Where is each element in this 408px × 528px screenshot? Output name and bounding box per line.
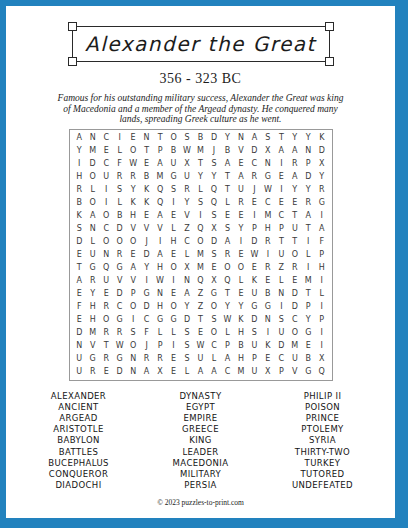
grid-cell: G bbox=[261, 300, 274, 313]
grid-cell: L bbox=[86, 183, 99, 196]
word-item: THIRTY-TWO bbox=[262, 447, 384, 458]
grid-cell: B bbox=[261, 287, 274, 300]
grid-cell: U bbox=[86, 248, 99, 261]
grid-cell: I bbox=[99, 196, 112, 209]
grid-cell: R bbox=[180, 183, 193, 196]
grid-cell: S bbox=[73, 222, 86, 235]
grid-cell: D bbox=[248, 235, 261, 248]
grid-cell: P bbox=[302, 157, 315, 170]
grid-cell: M bbox=[261, 209, 274, 222]
grid-cell: O bbox=[126, 144, 139, 157]
grid-cell: V bbox=[140, 222, 153, 235]
grid-cell: B bbox=[234, 339, 247, 352]
grid-cell: P bbox=[153, 144, 166, 157]
grid-cell: E bbox=[288, 196, 301, 209]
grid-cell: Q bbox=[207, 183, 220, 196]
grid-cell: O bbox=[167, 300, 180, 313]
grid-cell: H bbox=[234, 326, 247, 339]
grid-cell: D bbox=[86, 157, 99, 170]
grid-cell: H bbox=[167, 235, 180, 248]
grid-cell: R bbox=[86, 365, 99, 378]
subtitle-dates: 356 - 323 BC bbox=[6, 71, 395, 87]
grid-cell: B bbox=[302, 352, 315, 365]
grid-cell: A bbox=[73, 132, 86, 145]
word-item: GREECE bbox=[140, 424, 262, 435]
grid-cell: O bbox=[99, 209, 112, 222]
grid-cell: O bbox=[86, 170, 99, 183]
grid-cell: L bbox=[180, 365, 193, 378]
grid-cell: A bbox=[180, 287, 193, 300]
grid-cell: S bbox=[113, 183, 126, 196]
grid-cell: W bbox=[113, 339, 126, 352]
grid-cell: Q bbox=[221, 274, 234, 287]
grid-cell: I bbox=[153, 235, 166, 248]
grid-cell: A bbox=[73, 274, 86, 287]
grid-cell: L bbox=[221, 196, 234, 209]
word-item: ARGEAD bbox=[18, 413, 140, 424]
word-item: PRINCE bbox=[262, 413, 384, 424]
grid-cell: E bbox=[73, 287, 86, 300]
grid-cell: B bbox=[113, 209, 126, 222]
grid-cell: I bbox=[302, 261, 315, 274]
description-line-2: of Macedonia and a member of the Argead … bbox=[6, 104, 395, 115]
grid-cell: U bbox=[248, 365, 261, 378]
grid-cell: C bbox=[261, 196, 274, 209]
grid-cell: X bbox=[315, 352, 328, 365]
grid-cell: A bbox=[315, 222, 328, 235]
grid-cell: R bbox=[140, 352, 153, 365]
grid-cell: U bbox=[73, 365, 86, 378]
grid-cell: V bbox=[126, 274, 139, 287]
grid-cell: P bbox=[275, 365, 288, 378]
grid-cell: T bbox=[221, 170, 234, 183]
grid-cell: A bbox=[302, 209, 315, 222]
grid-cell: E bbox=[234, 248, 247, 261]
grid-cell: A bbox=[153, 248, 166, 261]
word-item: POISON bbox=[262, 402, 384, 413]
grid-cell: E bbox=[167, 365, 180, 378]
grid-cell: E bbox=[126, 132, 139, 145]
grid-cell: I bbox=[248, 209, 261, 222]
grid-cell: M bbox=[302, 274, 315, 287]
grid-cell: E bbox=[275, 170, 288, 183]
grid-cell: I bbox=[73, 157, 86, 170]
grid-cell: E bbox=[140, 209, 153, 222]
grid-cell: O bbox=[99, 313, 112, 326]
grid-cell: Y bbox=[234, 222, 247, 235]
grid-cell: S bbox=[275, 313, 288, 326]
grid-cell: W bbox=[221, 313, 234, 326]
grid-cell: G bbox=[113, 352, 126, 365]
grid-cell: F bbox=[73, 300, 86, 313]
grid-cell: P bbox=[302, 300, 315, 313]
grid-cell: A bbox=[221, 157, 234, 170]
grid-cell: V bbox=[86, 339, 99, 352]
grid-cell: R bbox=[261, 235, 274, 248]
grid-cell: G bbox=[153, 313, 166, 326]
corner-ornament-bottom-right bbox=[325, 57, 334, 66]
grid-cell: N bbox=[302, 144, 315, 157]
corner-ornament-bottom-left bbox=[68, 57, 77, 66]
grid-cell: H bbox=[261, 222, 274, 235]
grid-cell: G bbox=[261, 170, 274, 183]
grid-cell: I bbox=[234, 235, 247, 248]
grid-cell: E bbox=[261, 274, 274, 287]
grid-cell: H bbox=[153, 300, 166, 313]
grid-cell: I bbox=[315, 339, 328, 352]
grid-cell: R bbox=[302, 196, 315, 209]
grid-cell: S bbox=[180, 339, 193, 352]
grid-cell: E bbox=[194, 326, 207, 339]
grid-cell: G bbox=[315, 196, 328, 209]
grid-cell: O bbox=[167, 132, 180, 145]
grid-cell: D bbox=[113, 287, 126, 300]
grid-cell: A bbox=[207, 365, 220, 378]
grid-cell: J bbox=[140, 339, 153, 352]
word-item: SYRIA bbox=[262, 435, 384, 446]
grid-cell: L bbox=[302, 248, 315, 261]
grid-cell: B bbox=[140, 170, 153, 183]
grid-cell: I bbox=[261, 248, 274, 261]
grid-cell: Y bbox=[194, 170, 207, 183]
grid-cell: Y bbox=[180, 300, 193, 313]
word-item: MACEDONIA bbox=[140, 458, 262, 469]
grid-cell: A bbox=[86, 209, 99, 222]
word-list: ALEXANDERANCIENTARGEADARISTOTLEBABYLONBA… bbox=[18, 391, 384, 492]
grid-cell: O bbox=[126, 339, 139, 352]
word-item: PERSIA bbox=[140, 480, 262, 491]
grid-cell: N bbox=[275, 287, 288, 300]
grid-cell: A bbox=[248, 132, 261, 145]
grid-cell: S bbox=[207, 209, 220, 222]
grid-cell: R bbox=[113, 248, 126, 261]
grid-cell: B bbox=[167, 144, 180, 157]
grid-cell: P bbox=[315, 313, 328, 326]
grid-cell: T bbox=[288, 235, 301, 248]
grid-cell: V bbox=[234, 144, 247, 157]
word-item: MILITARY bbox=[140, 469, 262, 480]
grid-cell: D bbox=[113, 222, 126, 235]
word-list-column-col1: ALEXANDERANCIENTARGEADARISTOTLEBABYLONBA… bbox=[18, 391, 140, 492]
grid-cell: D bbox=[248, 144, 261, 157]
grid-cell: I bbox=[99, 183, 112, 196]
grid-cell: I bbox=[275, 157, 288, 170]
grid-cell: U bbox=[288, 222, 301, 235]
grid-cell: D bbox=[248, 313, 261, 326]
grid-cell: E bbox=[73, 248, 86, 261]
grid-cell: P bbox=[248, 352, 261, 365]
grid-cell: C bbox=[275, 209, 288, 222]
grid-cell: U bbox=[99, 170, 112, 183]
word-item: LEADER bbox=[140, 447, 262, 458]
grid-cell: U bbox=[275, 326, 288, 339]
grid-cell: L bbox=[167, 326, 180, 339]
grid-cell: A bbox=[221, 352, 234, 365]
word-item: ANCIENT bbox=[18, 402, 140, 413]
copyright-footer: © 2023 puzzles-to-print.com bbox=[6, 498, 395, 507]
grid-cell: I bbox=[315, 274, 328, 287]
grid-cell: A bbox=[194, 365, 207, 378]
grid-cell: A bbox=[140, 365, 153, 378]
grid-cell: G bbox=[113, 313, 126, 326]
grid-cell: Y bbox=[86, 287, 99, 300]
grid-cell: H bbox=[234, 352, 247, 365]
grid-cell: S bbox=[180, 352, 193, 365]
grid-cell: N bbox=[86, 222, 99, 235]
grid-cell: S bbox=[126, 326, 139, 339]
grid-cell: P bbox=[275, 222, 288, 235]
grid-cell: I bbox=[167, 196, 180, 209]
grid-cell: N bbox=[126, 352, 139, 365]
word-item: EMPIRE bbox=[140, 413, 262, 424]
grid-cell: W bbox=[153, 274, 166, 287]
grid-cell: P bbox=[315, 248, 328, 261]
grid-cell: L bbox=[275, 274, 288, 287]
grid-cell: E bbox=[99, 287, 112, 300]
grid-cell: E bbox=[234, 209, 247, 222]
grid-cell: M bbox=[194, 144, 207, 157]
page-title: Alexander the Great bbox=[85, 32, 316, 56]
grid-cell: I bbox=[140, 274, 153, 287]
word-item: PHILIP II bbox=[262, 391, 384, 402]
grid-cell: S bbox=[207, 248, 220, 261]
grid-cell: E bbox=[261, 352, 274, 365]
page-frame: Alexander the Great 356 - 323 BC Famous … bbox=[0, 0, 408, 528]
grid-cell: O bbox=[207, 326, 220, 339]
grid-cell: A bbox=[153, 209, 166, 222]
grid-cell: Q bbox=[315, 365, 328, 378]
word-item: PTOLEMY bbox=[262, 424, 384, 435]
grid-cell: L bbox=[194, 183, 207, 196]
grid-cell: A bbox=[221, 235, 234, 248]
grid-cell: T bbox=[73, 261, 86, 274]
grid-cell: S bbox=[180, 132, 193, 145]
grid-cell: J bbox=[140, 235, 153, 248]
grid-cell: G bbox=[207, 287, 220, 300]
word-list-column-col2: DYNASTYEGYPTEMPIREGREECEKINGLEADERMACEDO… bbox=[140, 391, 262, 492]
grid-cell: W bbox=[180, 144, 193, 157]
grid-cell: R bbox=[86, 274, 99, 287]
grid-cell: W bbox=[248, 248, 261, 261]
grid-cell: S bbox=[261, 132, 274, 145]
grid-cell: O bbox=[288, 326, 301, 339]
grid-cell: S bbox=[221, 222, 234, 235]
grid-cell: M bbox=[288, 339, 301, 352]
grid-cell: G bbox=[140, 287, 153, 300]
grid-cell: Y bbox=[180, 196, 193, 209]
grid-cell: D bbox=[207, 235, 220, 248]
grid-cell: M bbox=[234, 365, 247, 378]
grid-cell: F bbox=[315, 235, 328, 248]
grid-cell: H bbox=[86, 313, 99, 326]
grid-cell: V bbox=[113, 274, 126, 287]
grid-cell: N bbox=[140, 132, 153, 145]
grid-cell: R bbox=[315, 183, 328, 196]
grid-cell: A bbox=[234, 170, 247, 183]
grid-cell: X bbox=[207, 274, 220, 287]
grid-cell: D bbox=[140, 300, 153, 313]
grid-cell: O bbox=[167, 261, 180, 274]
grid-cell: Q bbox=[194, 222, 207, 235]
grid-cell: A bbox=[288, 170, 301, 183]
grid-cell: Y bbox=[315, 170, 328, 183]
grid-cell: C bbox=[275, 352, 288, 365]
grid-cell: E bbox=[73, 313, 86, 326]
grid-cell: S bbox=[207, 157, 220, 170]
grid-cell: R bbox=[288, 261, 301, 274]
grid-cell: C bbox=[113, 300, 126, 313]
grid-cell: R bbox=[288, 157, 301, 170]
grid-cell: D bbox=[140, 248, 153, 261]
grid-cell: N bbox=[99, 248, 112, 261]
grid-cell: G bbox=[86, 352, 99, 365]
grid-cell: M bbox=[86, 326, 99, 339]
grid-cell: N bbox=[153, 287, 166, 300]
description-line-1: Famous for his outstanding military succ… bbox=[6, 93, 395, 104]
grid-cell: A bbox=[126, 261, 139, 274]
grid-cell: K bbox=[73, 209, 86, 222]
grid-cell: L bbox=[167, 222, 180, 235]
grid-cell: Q bbox=[99, 261, 112, 274]
grid-cell: Y bbox=[221, 132, 234, 145]
word-item: DIADOCHI bbox=[18, 480, 140, 491]
grid-cell: A bbox=[275, 144, 288, 157]
grid-cell: K bbox=[140, 183, 153, 196]
word-item: KING bbox=[140, 435, 262, 446]
grid-cell: T bbox=[302, 222, 315, 235]
grid-cell: Y bbox=[126, 183, 139, 196]
word-item: BABYLON bbox=[18, 435, 140, 446]
grid-cell: N bbox=[86, 132, 99, 145]
grid-cell: Z bbox=[275, 261, 288, 274]
grid-cell: U bbox=[288, 352, 301, 365]
grid-cell: U bbox=[248, 339, 261, 352]
grid-cell: E bbox=[167, 209, 180, 222]
grid-cell: U bbox=[248, 287, 261, 300]
grid-cell: C bbox=[99, 222, 112, 235]
grid-cell: D bbox=[288, 300, 301, 313]
grid-cell: K bbox=[315, 132, 328, 145]
grid-cell: I bbox=[315, 300, 328, 313]
grid-cell: S bbox=[207, 313, 220, 326]
grid-cell: E bbox=[248, 261, 261, 274]
grid-cell: M bbox=[153, 170, 166, 183]
word-item: CONQUEROR bbox=[18, 469, 140, 480]
grid-cell: G bbox=[302, 365, 315, 378]
grid-cell: Y bbox=[140, 261, 153, 274]
grid-cell: N bbox=[261, 157, 274, 170]
grid-cell: D bbox=[113, 365, 126, 378]
grid-cell: U bbox=[180, 170, 193, 183]
grid-cell: E bbox=[275, 196, 288, 209]
grid-cell: J bbox=[248, 183, 261, 196]
grid-cell: C bbox=[140, 313, 153, 326]
grid-cell: D bbox=[207, 132, 220, 145]
grid-cell: T bbox=[221, 287, 234, 300]
grid-cell: R bbox=[113, 326, 126, 339]
grid-cell: R bbox=[234, 196, 247, 209]
grid-cell: C bbox=[221, 365, 234, 378]
word-item: BATTLES bbox=[18, 447, 140, 458]
grid-cell: I bbox=[113, 132, 126, 145]
grid-cell: Y bbox=[234, 300, 247, 313]
grid-cell: T bbox=[153, 132, 166, 145]
grid-cell: D bbox=[180, 313, 193, 326]
grid-cell: X bbox=[180, 157, 193, 170]
grid-cell: D bbox=[73, 326, 86, 339]
word-item: EGYPT bbox=[140, 402, 262, 413]
grid-cell: H bbox=[126, 209, 139, 222]
corner-ornament-top-left bbox=[68, 22, 77, 31]
grid-cell: C bbox=[180, 235, 193, 248]
word-item: ALEXANDER bbox=[18, 391, 140, 402]
grid-cell: Y bbox=[288, 132, 301, 145]
grid-cell: S bbox=[180, 326, 193, 339]
grid-cell: K bbox=[140, 196, 153, 209]
grid-cell: I bbox=[167, 274, 180, 287]
grid-cell: V bbox=[180, 209, 193, 222]
grid-cell: Z bbox=[194, 300, 207, 313]
grid-cell: G bbox=[248, 300, 261, 313]
grid-cell: W bbox=[261, 183, 274, 196]
grid-cell: R bbox=[73, 183, 86, 196]
grid-cell: R bbox=[99, 300, 112, 313]
grid-cell: L bbox=[180, 248, 193, 261]
grid-cell: N bbox=[234, 132, 247, 145]
grid-cell: I bbox=[194, 209, 207, 222]
grid-cell: Y bbox=[207, 170, 220, 183]
grid-cell: X bbox=[261, 365, 274, 378]
description-line-3: lands, spreading Greek culture as he wen… bbox=[6, 114, 395, 125]
grid-cell: Z bbox=[180, 222, 193, 235]
grid-cell: I bbox=[315, 326, 328, 339]
grid-cell: T bbox=[302, 287, 315, 300]
grid-cell: H bbox=[73, 170, 86, 183]
grid-cell: E bbox=[248, 196, 261, 209]
grid-cell: B bbox=[73, 196, 86, 209]
grid-cell: L bbox=[113, 196, 126, 209]
grid-cell: Y bbox=[288, 183, 301, 196]
grid-cell: U bbox=[234, 183, 247, 196]
grid-cell: X bbox=[315, 157, 328, 170]
grid-cell: M bbox=[194, 248, 207, 261]
grid-cell: P bbox=[126, 287, 139, 300]
grid-cell: Q bbox=[207, 196, 220, 209]
grid-cell: T bbox=[275, 132, 288, 145]
grid-cell: B bbox=[221, 144, 234, 157]
description: Famous for his outstanding military succ… bbox=[6, 93, 395, 125]
grid-cell: U bbox=[73, 352, 86, 365]
grid-cell: O bbox=[234, 261, 247, 274]
grid-cell: E bbox=[288, 274, 301, 287]
grid-cell: E bbox=[167, 352, 180, 365]
grid-cell: T bbox=[275, 235, 288, 248]
grid-cell: D bbox=[275, 339, 288, 352]
grid-cell: O bbox=[99, 235, 112, 248]
grid-cell: T bbox=[288, 209, 301, 222]
grid-cell: J bbox=[207, 144, 220, 157]
grid-cell: C bbox=[99, 157, 112, 170]
grid-cell: E bbox=[167, 248, 180, 261]
grid-cell: S bbox=[167, 183, 180, 196]
grid-cell: P bbox=[153, 339, 166, 352]
grid-cell: E bbox=[234, 157, 247, 170]
grid-cell: C bbox=[248, 157, 261, 170]
grid-cell: R bbox=[113, 170, 126, 183]
grid-cell: E bbox=[99, 365, 112, 378]
grid-cell: U bbox=[167, 157, 180, 170]
grid-cell: Y bbox=[302, 132, 315, 145]
